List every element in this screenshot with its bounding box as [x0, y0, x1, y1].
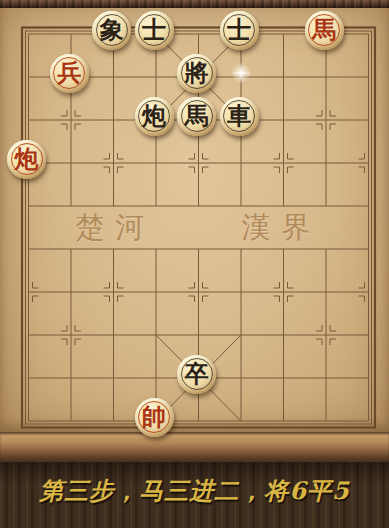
piece-character: 車 [227, 104, 251, 128]
piece-black-general[interactable]: 將 [177, 54, 216, 93]
move-caption-text: 第三步，马三进二，将6平5 [0, 475, 389, 507]
caption-bar: 第三步，马三进二，将6平5 [0, 462, 389, 528]
piece-character: 馬 [312, 18, 336, 42]
piece-character: 士 [142, 18, 166, 42]
piece-character: 象 [100, 18, 124, 42]
piece-red-cannon[interactable]: 炮 [7, 140, 46, 179]
piece-black-advisor[interactable]: 士 [220, 11, 259, 50]
piece-red-horse[interactable]: 馬 [305, 11, 344, 50]
xiangqi-app-screen: 楚河 漢界 象士士馬兵將炮馬車炮卒帥 第三步，马三进二，将6平5 [0, 0, 389, 528]
piece-red-general[interactable]: 帥 [135, 398, 174, 437]
piece-character: 炮 [15, 147, 39, 171]
piece-red-pawn[interactable]: 兵 [50, 54, 89, 93]
piece-black-horse[interactable]: 馬 [177, 97, 216, 136]
piece-black-chariot[interactable]: 車 [220, 97, 259, 136]
piece-character: 炮 [142, 104, 166, 128]
piece-black-advisor[interactable]: 士 [135, 11, 174, 50]
piece-black-pawn[interactable]: 卒 [177, 355, 216, 394]
piece-character: 卒 [185, 362, 209, 386]
piece-character: 士 [227, 18, 251, 42]
last-move-sparkle-icon [227, 59, 255, 87]
piece-character: 將 [185, 61, 209, 85]
piece-black-cannon[interactable]: 炮 [135, 97, 174, 136]
piece-character: 兵 [57, 61, 81, 85]
board-front-edge [0, 432, 389, 462]
piece-character: 帥 [142, 405, 166, 429]
piece-character: 馬 [185, 104, 209, 128]
piece-black-elephant[interactable]: 象 [92, 11, 131, 50]
